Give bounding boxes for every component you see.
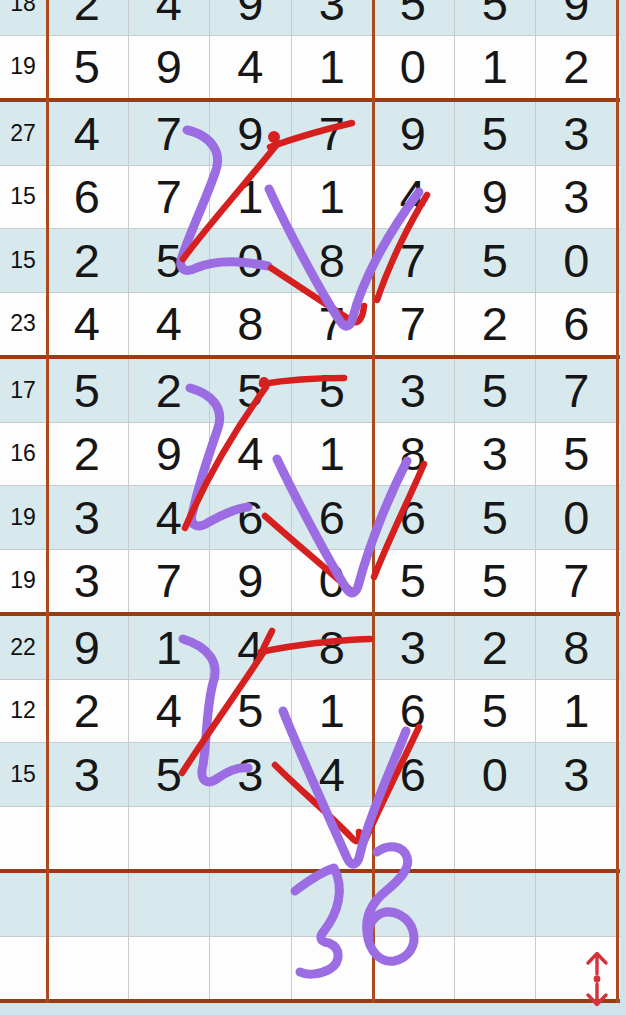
digit-cell: 7 xyxy=(372,293,454,356)
digit-cell: 9 xyxy=(372,102,454,165)
digit-cell: 5 xyxy=(372,550,454,613)
digit-cell: 6 xyxy=(372,486,454,549)
table-row: 182493559 xyxy=(0,0,620,36)
digit-cell: 2 xyxy=(46,0,128,35)
table-row: 175255357 xyxy=(0,359,620,423)
grid-divider-middle xyxy=(372,0,375,1003)
digit-cell xyxy=(209,807,291,870)
grid-divider-left xyxy=(46,0,49,1003)
digit-cell: 6 xyxy=(372,680,454,743)
digit-cell: 9 xyxy=(128,423,210,486)
digit-cell: 5 xyxy=(454,0,536,35)
digit-cell: 2 xyxy=(454,293,536,356)
digit-cell: 0 xyxy=(291,550,373,613)
digit-cell: 1 xyxy=(535,680,617,743)
digit-cell: 3 xyxy=(372,616,454,679)
up-arrow-icon xyxy=(588,954,606,975)
lottery-chart-screen: 1824935591959410122747979531567114931525… xyxy=(0,0,626,1015)
row-sum-label: 12 xyxy=(0,680,46,743)
digit-cell: 5 xyxy=(209,359,291,422)
row-sum-label: 27 xyxy=(0,102,46,165)
digit-cell: 5 xyxy=(46,36,128,99)
digit-cell: 2 xyxy=(128,359,210,422)
digit-cell: 4 xyxy=(372,166,454,229)
digit-cell: 7 xyxy=(291,102,373,165)
digit-cell: 6 xyxy=(372,743,454,806)
digit-cell: 3 xyxy=(535,102,617,165)
digit-cell: 3 xyxy=(209,743,291,806)
scroll-arrows-icon[interactable] xyxy=(581,949,613,1013)
digit-cell: 4 xyxy=(209,36,291,99)
digit-cell xyxy=(372,937,454,1000)
grid-divider-right xyxy=(616,0,619,1003)
digit-cell: 4 xyxy=(46,293,128,356)
digit-cell xyxy=(291,937,373,1000)
digit-cell: 6 xyxy=(291,486,373,549)
row-sum-label: 15 xyxy=(0,166,46,229)
table-row xyxy=(0,937,620,1004)
digit-cell: 5 xyxy=(454,102,536,165)
digit-cell: 2 xyxy=(46,229,128,292)
digit-cell: 8 xyxy=(535,616,617,679)
digit-cell: 3 xyxy=(535,743,617,806)
digit-cell: 9 xyxy=(46,616,128,679)
digit-cell: 7 xyxy=(372,229,454,292)
digit-cell xyxy=(454,873,536,936)
digit-cell: 4 xyxy=(209,616,291,679)
digit-cell: 0 xyxy=(535,486,617,549)
table-row: 234487726 xyxy=(0,293,620,360)
row-sum-label xyxy=(0,873,46,936)
digit-cell: 9 xyxy=(209,550,291,613)
down-arrow-icon xyxy=(588,984,606,1005)
digit-cell: 1 xyxy=(291,680,373,743)
digit-cell: 9 xyxy=(209,102,291,165)
digit-cell xyxy=(535,873,617,936)
digit-cell xyxy=(209,937,291,1000)
digit-cell: 5 xyxy=(128,743,210,806)
digit-cell: 4 xyxy=(46,102,128,165)
table-row: 153534603 xyxy=(0,743,620,807)
digit-cell: 9 xyxy=(128,36,210,99)
row-sum-label: 22 xyxy=(0,616,46,679)
digit-cell: 5 xyxy=(46,359,128,422)
digit-cell xyxy=(128,807,210,870)
digit-cell xyxy=(209,873,291,936)
table-row: 193466650 xyxy=(0,486,620,550)
digit-cell xyxy=(535,807,617,870)
digit-cell: 8 xyxy=(209,293,291,356)
digit-cell: 5 xyxy=(454,229,536,292)
digit-cell: 6 xyxy=(46,166,128,229)
digit-cell: 4 xyxy=(209,423,291,486)
table-row: 193790557 xyxy=(0,550,620,617)
digit-cell: 4 xyxy=(128,0,210,35)
digit-cell xyxy=(372,807,454,870)
digit-cell xyxy=(291,873,373,936)
row-sum-label: 16 xyxy=(0,423,46,486)
digit-cell: 3 xyxy=(535,166,617,229)
digit-cell: 0 xyxy=(209,229,291,292)
digit-cell: 2 xyxy=(454,616,536,679)
table-row xyxy=(0,807,620,874)
digit-cell: 2 xyxy=(46,680,128,743)
digit-cell: 8 xyxy=(291,616,373,679)
digit-cell: 7 xyxy=(535,359,617,422)
digit-cell: 5 xyxy=(454,550,536,613)
digit-cell: 9 xyxy=(209,0,291,35)
digit-cell: 5 xyxy=(454,486,536,549)
digit-cell xyxy=(372,873,454,936)
row-sum-label: 23 xyxy=(0,293,46,356)
digit-cell: 1 xyxy=(291,423,373,486)
table-row: 162941835 xyxy=(0,423,620,487)
number-grid: 1824935591959410122747979531567114931525… xyxy=(0,0,620,1003)
digit-cell xyxy=(291,807,373,870)
dot-icon xyxy=(594,976,601,983)
row-sum-label: 19 xyxy=(0,486,46,549)
digit-cell: 8 xyxy=(372,423,454,486)
digit-cell xyxy=(46,937,128,1000)
digit-cell: 1 xyxy=(454,36,536,99)
row-sum-label: 19 xyxy=(0,550,46,613)
row-sum-label: 17 xyxy=(0,359,46,422)
digit-cell: 5 xyxy=(209,680,291,743)
digit-cell: 5 xyxy=(535,423,617,486)
digit-cell xyxy=(128,873,210,936)
digit-cell: 5 xyxy=(454,680,536,743)
table-row: 156711493 xyxy=(0,166,620,230)
digit-cell: 2 xyxy=(46,423,128,486)
digit-cell: 5 xyxy=(128,229,210,292)
digit-cell: 3 xyxy=(46,743,128,806)
digit-cell: 1 xyxy=(128,616,210,679)
digit-cell xyxy=(128,937,210,1000)
digit-cell: 5 xyxy=(372,0,454,35)
digit-cell: 7 xyxy=(128,102,210,165)
digit-cell: 3 xyxy=(291,0,373,35)
row-sum-label: 18 xyxy=(0,0,46,35)
table-row: 229148328 xyxy=(0,616,620,680)
digit-cell: 6 xyxy=(535,293,617,356)
digit-cell: 1 xyxy=(291,166,373,229)
table-row xyxy=(0,873,620,937)
digit-cell: 9 xyxy=(535,0,617,35)
digit-cell: 9 xyxy=(454,166,536,229)
row-sum-label xyxy=(0,807,46,870)
digit-cell: 3 xyxy=(46,486,128,549)
table-row: 122451651 xyxy=(0,680,620,744)
digit-cell xyxy=(454,937,536,1000)
digit-cell: 1 xyxy=(209,166,291,229)
digit-cell: 4 xyxy=(128,293,210,356)
row-sum-label: 19 xyxy=(0,36,46,99)
digit-cell: 3 xyxy=(454,423,536,486)
row-sum-label: 15 xyxy=(0,743,46,806)
table-row: 195941012 xyxy=(0,36,620,103)
digit-cell: 3 xyxy=(46,550,128,613)
digit-cell: 4 xyxy=(128,680,210,743)
digit-cell: 2 xyxy=(535,36,617,99)
digit-cell: 7 xyxy=(291,293,373,356)
digit-cell xyxy=(46,807,128,870)
table-row: 274797953 xyxy=(0,102,620,166)
digit-cell: 7 xyxy=(128,550,210,613)
digit-cell: 1 xyxy=(291,36,373,99)
digit-cell: 4 xyxy=(128,486,210,549)
digit-cell xyxy=(46,873,128,936)
digit-cell: 5 xyxy=(454,359,536,422)
digit-cell: 0 xyxy=(535,229,617,292)
digit-cell: 3 xyxy=(372,359,454,422)
digit-cell: 6 xyxy=(209,486,291,549)
digit-cell: 8 xyxy=(291,229,373,292)
digit-cell: 4 xyxy=(291,743,373,806)
digit-cell: 7 xyxy=(535,550,617,613)
digit-cell: 0 xyxy=(372,36,454,99)
row-sum-label xyxy=(0,937,46,1000)
digit-cell xyxy=(454,807,536,870)
table-row: 152508750 xyxy=(0,229,620,293)
digit-cell: 0 xyxy=(454,743,536,806)
digit-cell: 7 xyxy=(128,166,210,229)
digit-cell: 5 xyxy=(291,359,373,422)
row-sum-label: 15 xyxy=(0,229,46,292)
